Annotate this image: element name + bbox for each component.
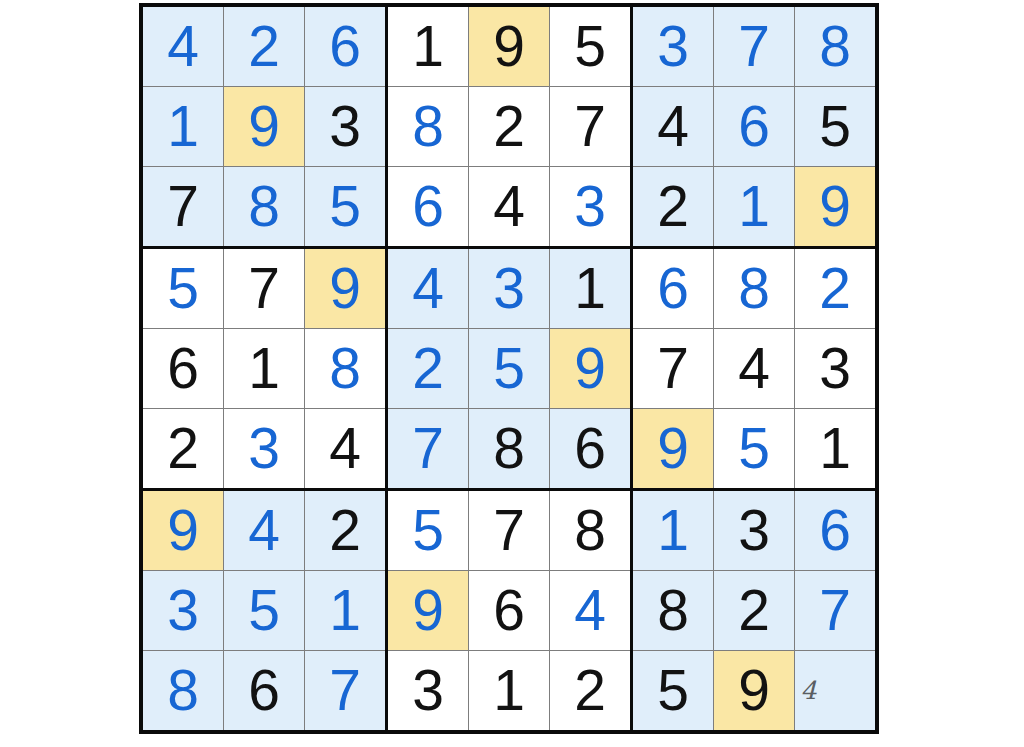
cell-r7c4[interactable]: 5	[388, 491, 468, 570]
cell-r2c3[interactable]: 3	[305, 87, 385, 166]
cell-r3c2[interactable]: 8	[224, 167, 304, 246]
cell-r9c7[interactable]: 5	[633, 651, 713, 730]
block-r1c1: 426193785	[143, 7, 385, 246]
cell-r9c3[interactable]: 7	[305, 651, 385, 730]
cell-r8c6[interactable]: 4	[550, 571, 630, 650]
cell-r9c2[interactable]: 6	[224, 651, 304, 730]
block-r2c1: 579618234	[143, 249, 385, 488]
cell-r8c5[interactable]: 6	[469, 571, 549, 650]
cell-r3c9[interactable]: 9	[795, 167, 875, 246]
block-r3c3: 136827594	[633, 491, 875, 730]
cell-r3c3[interactable]: 5	[305, 167, 385, 246]
cell-r5c3[interactable]: 8	[305, 329, 385, 408]
pencil-note-empty	[848, 651, 875, 677]
cell-r9c6[interactable]: 2	[550, 651, 630, 730]
cell-r2c4[interactable]: 8	[388, 87, 468, 166]
cell-r5c7[interactable]: 7	[633, 329, 713, 408]
cell-r9c9[interactable]: 4	[795, 651, 875, 730]
cell-r6c6[interactable]: 6	[550, 409, 630, 488]
sudoku-board: 4261937851958276433784652195796182344312…	[139, 3, 879, 734]
pencil-note-4: 4	[795, 677, 822, 703]
cell-r8c1[interactable]: 3	[143, 571, 223, 650]
cell-r2c2[interactable]: 9	[224, 87, 304, 166]
cell-r3c4[interactable]: 6	[388, 167, 468, 246]
cell-r3c7[interactable]: 2	[633, 167, 713, 246]
cell-r1c9[interactable]: 8	[795, 7, 875, 86]
cell-r4c8[interactable]: 8	[714, 249, 794, 328]
cell-r2c1[interactable]: 1	[143, 87, 223, 166]
cell-r4c9[interactable]: 2	[795, 249, 875, 328]
cell-r1c1[interactable]: 4	[143, 7, 223, 86]
cell-r6c9[interactable]: 1	[795, 409, 875, 488]
cell-r7c8[interactable]: 3	[714, 491, 794, 570]
cell-r4c6[interactable]: 1	[550, 249, 630, 328]
pencil-note-empty	[795, 704, 822, 730]
cell-r8c7[interactable]: 8	[633, 571, 713, 650]
cell-r3c8[interactable]: 1	[714, 167, 794, 246]
cell-r9c1[interactable]: 8	[143, 651, 223, 730]
block-r1c2: 195827643	[388, 7, 630, 246]
cell-r5c4[interactable]: 2	[388, 329, 468, 408]
cell-r8c9[interactable]: 7	[795, 571, 875, 650]
cell-r7c1[interactable]: 9	[143, 491, 223, 570]
cell-r4c1[interactable]: 5	[143, 249, 223, 328]
cell-r6c5[interactable]: 8	[469, 409, 549, 488]
cell-r4c4[interactable]: 4	[388, 249, 468, 328]
block-r2c2: 431259786	[388, 249, 630, 488]
cell-r6c3[interactable]: 4	[305, 409, 385, 488]
pencil-note-empty	[822, 651, 849, 677]
pencil-note-empty	[795, 651, 822, 677]
page-background: 4261937851958276433784652195796182344312…	[0, 0, 1024, 747]
pencil-notes-grid: 4	[795, 651, 875, 730]
cell-r6c1[interactable]: 2	[143, 409, 223, 488]
cell-r1c3[interactable]: 6	[305, 7, 385, 86]
cell-r6c4[interactable]: 7	[388, 409, 468, 488]
cell-r8c3[interactable]: 1	[305, 571, 385, 650]
cell-r3c6[interactable]: 3	[550, 167, 630, 246]
block-r3c2: 578964312	[388, 491, 630, 730]
pencil-note-empty	[848, 704, 875, 730]
cell-r5c9[interactable]: 3	[795, 329, 875, 408]
block-r2c3: 682743951	[633, 249, 875, 488]
cell-r8c4[interactable]: 9	[388, 571, 468, 650]
cell-r4c3[interactable]: 9	[305, 249, 385, 328]
cell-r2c5[interactable]: 2	[469, 87, 549, 166]
cell-r7c6[interactable]: 8	[550, 491, 630, 570]
cell-r2c7[interactable]: 4	[633, 87, 713, 166]
cell-r8c2[interactable]: 5	[224, 571, 304, 650]
cell-r6c2[interactable]: 3	[224, 409, 304, 488]
cell-r9c5[interactable]: 1	[469, 651, 549, 730]
cell-r9c4[interactable]: 3	[388, 651, 468, 730]
block-r3c1: 942351867	[143, 491, 385, 730]
cell-r7c3[interactable]: 2	[305, 491, 385, 570]
pencil-note-empty	[822, 677, 849, 703]
cell-r2c9[interactable]: 5	[795, 87, 875, 166]
cell-r1c5[interactable]: 9	[469, 7, 549, 86]
cell-r9c8[interactable]: 9	[714, 651, 794, 730]
cell-r5c6[interactable]: 9	[550, 329, 630, 408]
pencil-note-empty	[848, 677, 875, 703]
cell-r1c2[interactable]: 2	[224, 7, 304, 86]
cell-r4c2[interactable]: 7	[224, 249, 304, 328]
cell-r3c1[interactable]: 7	[143, 167, 223, 246]
cell-r7c5[interactable]: 7	[469, 491, 549, 570]
cell-r4c5[interactable]: 3	[469, 249, 549, 328]
block-r1c3: 378465219	[633, 7, 875, 246]
cell-r7c2[interactable]: 4	[224, 491, 304, 570]
cell-r1c7[interactable]: 3	[633, 7, 713, 86]
cell-r8c8[interactable]: 2	[714, 571, 794, 650]
cell-r7c9[interactable]: 6	[795, 491, 875, 570]
cell-r4c7[interactable]: 6	[633, 249, 713, 328]
cell-r5c1[interactable]: 6	[143, 329, 223, 408]
cell-r6c8[interactable]: 5	[714, 409, 794, 488]
pencil-note-empty	[822, 704, 849, 730]
cell-r5c8[interactable]: 4	[714, 329, 794, 408]
cell-r1c6[interactable]: 5	[550, 7, 630, 86]
cell-r1c8[interactable]: 7	[714, 7, 794, 86]
cell-r2c6[interactable]: 7	[550, 87, 630, 166]
cell-r3c5[interactable]: 4	[469, 167, 549, 246]
cell-r5c5[interactable]: 5	[469, 329, 549, 408]
cell-r2c8[interactable]: 6	[714, 87, 794, 166]
cell-r6c7[interactable]: 9	[633, 409, 713, 488]
cell-r7c7[interactable]: 1	[633, 491, 713, 570]
cell-r1c4[interactable]: 1	[388, 7, 468, 86]
cell-r5c2[interactable]: 1	[224, 329, 304, 408]
